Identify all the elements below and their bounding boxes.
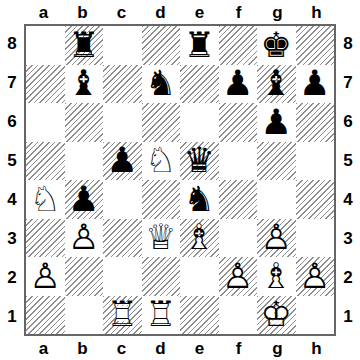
square-d4[interactable] (142, 180, 181, 219)
piece-glyph: ♔ (261, 296, 292, 335)
square-a8[interactable] (26, 26, 65, 65)
piece-glyph: ♘ (145, 142, 176, 181)
rank-label-right-5: 5 (336, 141, 360, 180)
square-g6[interactable]: ♟ (257, 103, 296, 142)
rank-label-right-8: 8 (336, 24, 360, 63)
piece-glyph: ♝ (68, 65, 99, 104)
black-pawn: ♟ (261, 105, 292, 140)
square-b1[interactable] (65, 296, 104, 335)
rank-label-left-6: 6 (0, 102, 24, 141)
piece-glyph: ♞ (145, 65, 176, 104)
piece-glyph: ♟ (261, 103, 292, 142)
piece-glyph: ♟ (68, 180, 99, 219)
square-h6[interactable] (296, 103, 335, 142)
black-pawn: ♟ (68, 182, 99, 217)
square-h5[interactable] (296, 142, 335, 181)
white-pawn: ♟♙ (299, 259, 330, 294)
black-bishop: ♝ (68, 66, 99, 101)
square-c3[interactable] (103, 219, 142, 258)
square-e1[interactable] (180, 296, 219, 335)
black-rook: ♜ (184, 28, 215, 63)
square-f2[interactable]: ♟♙ (219, 257, 258, 296)
piece-glyph: ♟ (222, 65, 253, 104)
black-bishop: ♝ (261, 66, 292, 101)
file-label-top-g: g (258, 0, 297, 24)
file-labels-bottom: abcdefgh (24, 336, 336, 360)
rank-label-left-1: 1 (0, 297, 24, 336)
file-label-bottom-g: g (258, 336, 297, 360)
piece-glyph: ♙ (68, 219, 99, 258)
square-h4[interactable] (296, 180, 335, 219)
square-f4[interactable] (219, 180, 258, 219)
piece-glyph: ♙ (261, 219, 292, 258)
white-king: ♚♔ (261, 297, 292, 332)
square-c8[interactable] (103, 26, 142, 65)
square-g2[interactable]: ♝♗ (257, 257, 296, 296)
piece-glyph: ♙ (299, 257, 330, 296)
rank-label-right-4: 4 (336, 180, 360, 219)
white-queen: ♛♕ (145, 220, 176, 255)
square-c6[interactable] (103, 103, 142, 142)
square-e6[interactable] (180, 103, 219, 142)
square-a2[interactable]: ♟♙ (26, 257, 65, 296)
square-b5[interactable] (65, 142, 104, 181)
square-d7[interactable]: ♞ (142, 65, 181, 104)
square-a7[interactable] (26, 65, 65, 104)
rank-labels-left: 87654321 (0, 24, 24, 336)
rank-labels-right: 87654321 (336, 24, 360, 336)
square-c5[interactable]: ♟ (103, 142, 142, 181)
piece-glyph: ♖ (107, 296, 138, 335)
piece-glyph: ♕ (145, 219, 176, 258)
square-f3[interactable] (219, 219, 258, 258)
piece-glyph: ♟ (107, 142, 138, 181)
square-g3[interactable]: ♟♙ (257, 219, 296, 258)
black-king: ♚ (261, 28, 292, 63)
piece-glyph: ♗ (184, 219, 215, 258)
square-b3[interactable]: ♟♙ (65, 219, 104, 258)
rank-label-right-2: 2 (336, 258, 360, 297)
rank-label-right-6: 6 (336, 102, 360, 141)
file-label-bottom-h: h (297, 336, 336, 360)
square-d3[interactable]: ♛♕ (142, 219, 181, 258)
square-b4[interactable]: ♟ (65, 180, 104, 219)
square-h3[interactable] (296, 219, 335, 258)
square-e4[interactable]: ♞ (180, 180, 219, 219)
file-label-top-c: c (102, 0, 141, 24)
rank-label-left-3: 3 (0, 219, 24, 258)
piece-glyph: ♙ (222, 257, 253, 296)
file-label-top-h: h (297, 0, 336, 24)
square-c1[interactable]: ♜♖ (103, 296, 142, 335)
file-label-top-e: e (180, 0, 219, 24)
square-a1[interactable] (26, 296, 65, 335)
piece-glyph: ♙ (30, 257, 61, 296)
square-e7[interactable] (180, 65, 219, 104)
square-b7[interactable]: ♝ (65, 65, 104, 104)
square-c2[interactable] (103, 257, 142, 296)
rank-label-left-2: 2 (0, 258, 24, 297)
piece-glyph: ♛ (184, 142, 215, 181)
square-f7[interactable]: ♟ (219, 65, 258, 104)
square-g1[interactable]: ♚♔ (257, 296, 296, 335)
square-b8[interactable]: ♜ (65, 26, 104, 65)
square-g7[interactable]: ♝ (257, 65, 296, 104)
square-c4[interactable] (103, 180, 142, 219)
file-label-bottom-b: b (63, 336, 102, 360)
piece-glyph: ♟ (299, 65, 330, 104)
piece-glyph: ♚ (261, 26, 292, 65)
square-d1[interactable]: ♜♖ (142, 296, 181, 335)
white-pawn: ♟♙ (30, 259, 61, 294)
file-labels-top: abcdefgh (24, 0, 336, 24)
square-e2[interactable] (180, 257, 219, 296)
square-f8[interactable] (219, 26, 258, 65)
square-e8[interactable]: ♜ (180, 26, 219, 65)
rank-label-right-1: 1 (336, 297, 360, 336)
square-d6[interactable] (142, 103, 181, 142)
piece-glyph: ♗ (261, 257, 292, 296)
black-knight: ♞ (184, 182, 215, 217)
rank-label-left-4: 4 (0, 180, 24, 219)
square-e3[interactable]: ♝♗ (180, 219, 219, 258)
rank-label-right-7: 7 (336, 63, 360, 102)
chess-board: ♜♜♚♝♞♟♝♟♟♟♞♘♛♞♘♟♞♟♙♛♕♝♗♟♙♟♙♟♙♝♗♟♙♜♖♜♖♚♔ (24, 24, 336, 336)
rank-label-left-7: 7 (0, 63, 24, 102)
black-pawn: ♟ (222, 66, 253, 101)
chess-diagram: abcdefgh 87654321 ♜♜♚♝♞♟♝♟♟♟♞♘♛♞♘♟♞♟♙♛♕♝… (0, 0, 360, 360)
square-b2[interactable] (65, 257, 104, 296)
black-knight: ♞ (145, 66, 176, 101)
square-h8[interactable] (296, 26, 335, 65)
file-label-bottom-a: a (24, 336, 63, 360)
square-c7[interactable] (103, 65, 142, 104)
white-rook: ♜♖ (145, 297, 176, 332)
white-pawn: ♟♙ (222, 259, 253, 294)
white-pawn: ♟♙ (261, 220, 292, 255)
white-knight: ♞♘ (145, 143, 176, 178)
piece-glyph: ♜ (184, 26, 215, 65)
square-a6[interactable] (26, 103, 65, 142)
square-a5[interactable] (26, 142, 65, 181)
square-g8[interactable]: ♚ (257, 26, 296, 65)
white-knight: ♞♘ (30, 182, 61, 217)
rank-label-right-3: 3 (336, 219, 360, 258)
black-pawn: ♟ (299, 66, 330, 101)
file-label-top-a: a (24, 0, 63, 24)
file-label-bottom-d: d (141, 336, 180, 360)
piece-glyph: ♝ (261, 65, 292, 104)
white-pawn: ♟♙ (68, 220, 99, 255)
square-f5[interactable] (219, 142, 258, 181)
square-e5[interactable]: ♛ (180, 142, 219, 181)
file-label-bottom-c: c (102, 336, 141, 360)
piece-glyph: ♘ (30, 180, 61, 219)
piece-glyph: ♜ (68, 26, 99, 65)
square-a4[interactable]: ♞♘ (26, 180, 65, 219)
white-bishop: ♝♗ (261, 259, 292, 294)
square-h1[interactable] (296, 296, 335, 335)
piece-glyph: ♞ (184, 180, 215, 219)
rank-label-left-8: 8 (0, 24, 24, 63)
square-d5[interactable]: ♞♘ (142, 142, 181, 181)
rank-label-left-5: 5 (0, 141, 24, 180)
file-label-top-f: f (219, 0, 258, 24)
square-d8[interactable] (142, 26, 181, 65)
square-b6[interactable] (65, 103, 104, 142)
file-label-bottom-f: f (219, 336, 258, 360)
square-f1[interactable] (219, 296, 258, 335)
square-f6[interactable] (219, 103, 258, 142)
square-a3[interactable] (26, 219, 65, 258)
square-g4[interactable] (257, 180, 296, 219)
black-rook: ♜ (68, 28, 99, 63)
square-h7[interactable]: ♟ (296, 65, 335, 104)
white-rook: ♜♖ (107, 297, 138, 332)
black-pawn: ♟ (107, 143, 138, 178)
white-bishop: ♝♗ (184, 220, 215, 255)
black-queen: ♛ (184, 143, 215, 178)
square-g5[interactable] (257, 142, 296, 181)
file-label-bottom-e: e (180, 336, 219, 360)
piece-glyph: ♖ (145, 296, 176, 335)
square-h2[interactable]: ♟♙ (296, 257, 335, 296)
square-d2[interactable] (142, 257, 181, 296)
file-label-top-d: d (141, 0, 180, 24)
file-label-top-b: b (63, 0, 102, 24)
